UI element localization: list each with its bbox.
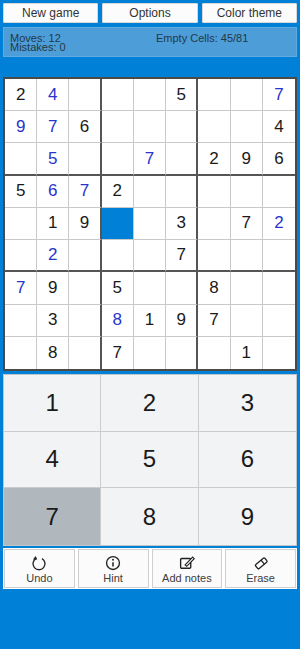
board-cell-r2c9[interactable]: 4 [263, 111, 295, 143]
sudoku-app: { "game": "sudoku", "position": "2400050… [0, 0, 300, 649]
numpad-key-4[interactable]: 4 [4, 432, 101, 489]
board-cell-r7c4[interactable]: 5 [102, 272, 134, 304]
board-cell-r5c4[interactable] [102, 208, 134, 240]
board-cell-r2c1[interactable]: 9 [5, 111, 37, 143]
board-cell-r3c3[interactable] [69, 143, 101, 175]
board-cell-r4c4[interactable]: 2 [102, 176, 134, 208]
hint-button[interactable]: Hint [78, 549, 149, 588]
board-cell-r5c9[interactable]: 2 [263, 208, 295, 240]
board-cell-r4c7[interactable] [198, 176, 230, 208]
board-cell-r3c6[interactable] [166, 143, 198, 175]
color-theme-button[interactable]: Color theme [202, 3, 297, 23]
numpad-key-9[interactable]: 9 [199, 488, 296, 545]
board-cell-r5c5[interactable] [134, 208, 166, 240]
empty-cells-counter: Empty Cells: 45/81 [156, 32, 248, 44]
board-cell-r3c4[interactable] [102, 143, 134, 175]
board-cell-r4c9[interactable] [263, 176, 295, 208]
board-cell-r6c2[interactable]: 2 [37, 240, 69, 272]
board-cell-r3c1[interactable] [5, 143, 37, 175]
board-cell-r4c8[interactable] [231, 176, 263, 208]
board-cell-r9c5[interactable] [134, 337, 166, 369]
board-cell-r2c7[interactable] [198, 111, 230, 143]
board-cell-r9c3[interactable] [69, 337, 101, 369]
mistakes-counter: Mistakes: 0 [10, 41, 66, 53]
board-cell-r7c5[interactable] [134, 272, 166, 304]
erase-button[interactable]: Erase [225, 549, 296, 588]
numpad-key-6[interactable]: 6 [199, 432, 296, 489]
board-cell-r8c7[interactable]: 7 [198, 305, 230, 337]
board-cell-r2c4[interactable] [102, 111, 134, 143]
board-cell-r3c9[interactable]: 6 [263, 143, 295, 175]
add-notes-label: Add notes [162, 573, 212, 584]
board-cell-r1c1[interactable]: 2 [5, 79, 37, 111]
numpad-key-2[interactable]: 2 [101, 375, 198, 432]
board-cell-r5c6[interactable]: 3 [166, 208, 198, 240]
board-cell-r6c8[interactable] [231, 240, 263, 272]
board-cell-r7c6[interactable] [166, 272, 198, 304]
board-cell-r1c9[interactable]: 7 [263, 79, 295, 111]
board-cell-r9c7[interactable] [198, 337, 230, 369]
numpad-key-8[interactable]: 8 [101, 488, 198, 545]
board-cell-r6c1[interactable] [5, 240, 37, 272]
board-cell-r4c5[interactable] [134, 176, 166, 208]
board-cell-r3c2[interactable]: 5 [37, 143, 69, 175]
board-cell-r8c4[interactable]: 8 [102, 305, 134, 337]
erase-label: Erase [246, 573, 275, 584]
board-cell-r7c1[interactable]: 7 [5, 272, 37, 304]
board-cell-r1c4[interactable] [102, 79, 134, 111]
board-cell-r4c3[interactable]: 7 [69, 176, 101, 208]
board-cell-r1c3[interactable] [69, 79, 101, 111]
board-cell-r8c5[interactable]: 1 [134, 305, 166, 337]
hint-label: Hint [103, 573, 123, 584]
board-cell-r2c2[interactable]: 7 [37, 111, 69, 143]
erase-icon [252, 554, 270, 572]
hint-icon [104, 554, 122, 572]
board-cell-r9c6[interactable] [166, 337, 198, 369]
board-cell-r6c7[interactable] [198, 240, 230, 272]
sudoku-board: 245797645729656721937227795838197871 [3, 77, 297, 371]
board-cell-r6c5[interactable] [134, 240, 166, 272]
add-notes-icon [178, 554, 196, 572]
new-game-button[interactable]: New game [3, 3, 98, 23]
board-cell-r5c3[interactable]: 9 [69, 208, 101, 240]
board-cell-r8c9[interactable] [263, 305, 295, 337]
board-cell-r2c8[interactable] [231, 111, 263, 143]
action-bar: Undo Hint Add notes [3, 548, 297, 589]
top-bar: New game Options Color theme [0, 0, 300, 23]
board-cell-r8c6[interactable]: 9 [166, 305, 198, 337]
numpad-key-5[interactable]: 5 [101, 432, 198, 489]
board-cell-r1c8[interactable] [231, 79, 263, 111]
board-cell-r7c2[interactable]: 9 [37, 272, 69, 304]
board-cell-r4c6[interactable] [166, 176, 198, 208]
undo-label: Undo [26, 573, 52, 584]
options-button[interactable]: Options [102, 3, 197, 23]
board-cell-r7c9[interactable] [263, 272, 295, 304]
board-cell-r1c5[interactable] [134, 79, 166, 111]
board-cell-r5c7[interactable] [198, 208, 230, 240]
undo-icon [30, 554, 48, 572]
board-cell-r1c7[interactable] [198, 79, 230, 111]
board-cell-r8c2[interactable]: 3 [37, 305, 69, 337]
board-cell-r8c1[interactable] [5, 305, 37, 337]
board-cell-r9c4[interactable]: 7 [102, 337, 134, 369]
board-cell-r2c6[interactable] [166, 111, 198, 143]
numpad-key-1[interactable]: 1 [4, 375, 101, 432]
board-cell-r1c2[interactable]: 4 [37, 79, 69, 111]
board-cell-r4c1[interactable]: 5 [5, 176, 37, 208]
board-cell-r6c3[interactable] [69, 240, 101, 272]
board-cell-r2c5[interactable] [134, 111, 166, 143]
numpad-key-3[interactable]: 3 [199, 375, 296, 432]
board-cell-r6c4[interactable] [102, 240, 134, 272]
board-cell-r9c9[interactable] [263, 337, 295, 369]
board-cell-r4c2[interactable]: 6 [37, 176, 69, 208]
board-cell-r1c6[interactable]: 5 [166, 79, 198, 111]
board-cell-r8c3[interactable] [69, 305, 101, 337]
board-cell-r9c2[interactable]: 8 [37, 337, 69, 369]
board-cell-r5c8[interactable]: 7 [231, 208, 263, 240]
number-pad: 123456789 [3, 374, 297, 546]
board-cell-r6c6[interactable]: 7 [166, 240, 198, 272]
board-cell-r3c8[interactable]: 9 [231, 143, 263, 175]
add-notes-button[interactable]: Add notes [152, 549, 223, 588]
board-cell-r3c7[interactable]: 2 [198, 143, 230, 175]
board-cell-r9c8[interactable]: 1 [231, 337, 263, 369]
board-cell-r5c2[interactable]: 1 [37, 208, 69, 240]
board-cell-r8c8[interactable] [231, 305, 263, 337]
undo-button[interactable]: Undo [4, 549, 75, 588]
board-cell-r3c5[interactable]: 7 [134, 143, 166, 175]
board-cell-r6c9[interactable] [263, 240, 295, 272]
board-cell-r5c1[interactable] [5, 208, 37, 240]
board-cell-r2c3[interactable]: 6 [69, 111, 101, 143]
board-cell-r7c3[interactable] [69, 272, 101, 304]
board-cell-r9c1[interactable] [5, 337, 37, 369]
board-cell-r7c7[interactable]: 8 [198, 272, 230, 304]
numpad-key-7[interactable]: 7 [4, 488, 101, 545]
status-panel: Moves: 12 Empty Cells: 45/81 Mistakes: 0 [3, 27, 297, 57]
board-cell-r7c8[interactable] [231, 272, 263, 304]
